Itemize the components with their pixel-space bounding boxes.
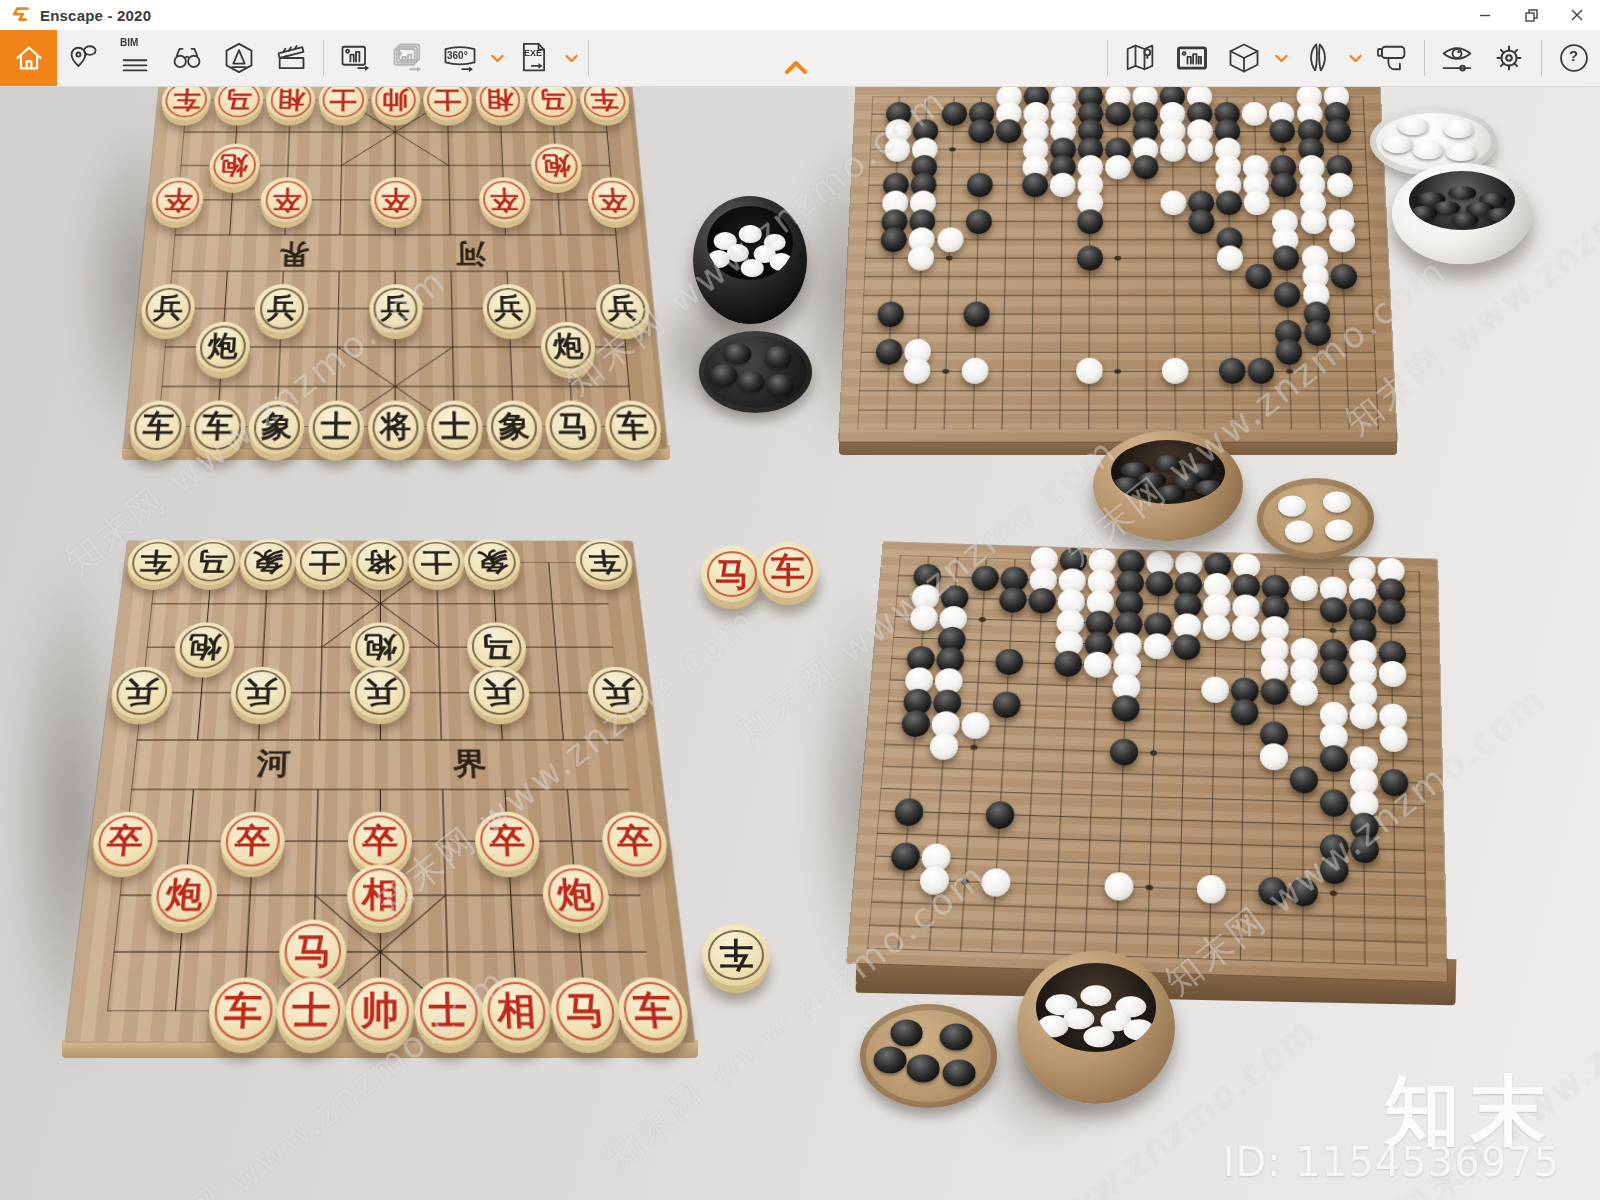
black-stone bbox=[1258, 877, 1287, 906]
piece-character: 相 bbox=[277, 88, 305, 111]
piece-character: 马 bbox=[294, 933, 333, 970]
xiangqi-board-top: 界 河 车马相士帅士相马车炮炮卒卒卒卒卒兵兵兵兵兵炮炮车车象士将士象马车 bbox=[124, 87, 667, 448]
black-stone bbox=[1320, 856, 1349, 885]
piece-character: 车 bbox=[201, 412, 234, 442]
white-stone bbox=[1083, 1026, 1114, 1047]
white-stone bbox=[1325, 519, 1353, 540]
toolbar-separator bbox=[1424, 40, 1425, 76]
white-stone bbox=[1379, 725, 1407, 752]
white-stone bbox=[739, 225, 762, 243]
wooden-bowl-bottom bbox=[1017, 951, 1175, 1104]
white-stone bbox=[1076, 358, 1103, 384]
white-stone bbox=[1446, 144, 1476, 162]
xiangqi-piece-士: 士 bbox=[408, 539, 466, 585]
piece-character: 兵 bbox=[243, 678, 278, 707]
framed-view-icon bbox=[1174, 40, 1210, 76]
piece-character: 车 bbox=[616, 412, 650, 442]
xiangqi-piece-炮: 炮 bbox=[350, 622, 409, 672]
white-stone bbox=[1290, 679, 1318, 706]
vr-headset-icon bbox=[1374, 40, 1410, 76]
white-stone bbox=[1161, 191, 1187, 216]
white-stone bbox=[1398, 117, 1428, 135]
black-stone bbox=[1270, 120, 1296, 144]
toolbar-separator bbox=[1541, 40, 1542, 76]
black-stone bbox=[710, 365, 737, 386]
white-stone bbox=[1124, 1019, 1155, 1040]
panorama-360-export-button[interactable]: 360° bbox=[434, 30, 486, 86]
black-stone bbox=[1133, 155, 1159, 179]
black-stone bbox=[1320, 597, 1347, 623]
white-stone bbox=[1291, 575, 1318, 601]
wooden-lid-right bbox=[1257, 478, 1374, 559]
black-stone bbox=[1378, 599, 1406, 625]
piece-character: 卒 bbox=[105, 824, 145, 857]
xiangqi-board-surface: 界 河 bbox=[124, 87, 667, 448]
xiangqi-piece-帅: 帅 bbox=[345, 977, 415, 1046]
exe-file-icon bbox=[516, 40, 552, 76]
white-stone bbox=[708, 250, 731, 268]
gear-icon bbox=[1490, 39, 1528, 77]
piece-character: 士 bbox=[292, 992, 332, 1030]
black-stone bbox=[942, 1059, 975, 1086]
piece-character: 士 bbox=[420, 549, 452, 575]
black-stone bbox=[1448, 186, 1476, 200]
black-stone bbox=[1274, 283, 1301, 308]
toolbar-separator bbox=[588, 40, 589, 76]
minimize-button[interactable] bbox=[1462, 0, 1508, 30]
piece-character: 兵 bbox=[363, 678, 397, 707]
piece-character: 帅 bbox=[382, 88, 410, 111]
white-stone bbox=[1260, 743, 1288, 771]
black-stone bbox=[1248, 358, 1275, 384]
piece-character: 马 bbox=[564, 992, 606, 1030]
black-stone bbox=[1324, 120, 1350, 144]
piece-character: 兵 bbox=[381, 295, 411, 323]
piece-character: 士 bbox=[434, 88, 462, 111]
piece-character: 兵 bbox=[482, 678, 517, 707]
go-board-bottom bbox=[847, 542, 1447, 981]
river-text: 河 bbox=[256, 744, 292, 785]
piece-character: 炮 bbox=[363, 633, 396, 661]
river-text: 界 bbox=[452, 744, 488, 785]
black-stone bbox=[1350, 834, 1379, 863]
xiangqi-piece-将: 将 bbox=[351, 539, 408, 585]
white-stone bbox=[1378, 661, 1406, 688]
river-text: 界 bbox=[278, 235, 309, 272]
wings-icon bbox=[1300, 40, 1336, 76]
piece-character: 炮 bbox=[556, 877, 596, 912]
black-stone bbox=[724, 343, 751, 364]
piece-character: 炮 bbox=[165, 877, 205, 912]
enscape-logo-icon bbox=[10, 4, 32, 26]
piece-character: 卒 bbox=[162, 187, 193, 212]
piece-character: 炮 bbox=[207, 333, 239, 361]
piece-character: 车 bbox=[172, 88, 201, 111]
piece-character: 车 bbox=[138, 549, 172, 575]
window-title: Enscape - 2020 bbox=[40, 7, 151, 24]
off-board-piece: 车 bbox=[757, 542, 819, 598]
white-stone bbox=[1105, 155, 1131, 179]
black-stone bbox=[1320, 745, 1348, 773]
black-bowl bbox=[693, 196, 807, 324]
bim-lines-icon bbox=[118, 41, 152, 75]
black-stone bbox=[767, 374, 794, 395]
projection-dropdown[interactable] bbox=[1270, 30, 1292, 86]
black-stone bbox=[1276, 339, 1303, 365]
xiangqi-piece-兵: 兵 bbox=[369, 284, 423, 333]
safe-frame-view-button[interactable] bbox=[213, 30, 265, 86]
render-viewport[interactable]: 界 河 车马相士帅士相马车炮炮卒卒卒卒卒兵兵兵兵兵炮炮车车象士将士象马车 河 界… bbox=[0, 87, 1600, 1200]
black-stone bbox=[1156, 485, 1186, 500]
black-stone bbox=[1216, 191, 1242, 216]
exe-export-dropdown[interactable] bbox=[560, 30, 582, 86]
panorama-360-icon bbox=[441, 39, 479, 77]
piece-character: 相 bbox=[497, 992, 538, 1030]
black-stone bbox=[1320, 789, 1348, 817]
black-stone bbox=[1320, 659, 1348, 686]
white-stone bbox=[1162, 358, 1189, 384]
piece-character: 帅 bbox=[361, 992, 400, 1030]
black-stone bbox=[1273, 246, 1300, 271]
white-stone bbox=[1300, 209, 1327, 234]
piece-character: 卒 bbox=[362, 824, 398, 857]
piece-character: 象 bbox=[498, 412, 530, 442]
white-stone bbox=[1413, 141, 1443, 159]
location-pin-button[interactable] bbox=[57, 30, 109, 86]
piece-character: 将 bbox=[364, 549, 396, 575]
piece-character: 卒 bbox=[272, 187, 302, 212]
panorama-export-dropdown[interactable] bbox=[486, 30, 508, 86]
toolbar-separator bbox=[323, 40, 324, 76]
piece-character: 卒 bbox=[615, 824, 655, 857]
piece-character: 象 bbox=[261, 412, 293, 442]
piece-character: 象 bbox=[476, 549, 509, 575]
black-stone bbox=[1330, 264, 1357, 289]
piece-character: 士 bbox=[308, 549, 340, 575]
piece-character: 炮 bbox=[220, 153, 250, 178]
cube-icon bbox=[1226, 40, 1262, 76]
piece-character: 马 bbox=[538, 88, 567, 111]
xiangqi-piece-将: 将 bbox=[367, 401, 423, 455]
video-editor-button[interactable] bbox=[265, 30, 317, 86]
white-bowl bbox=[1392, 163, 1532, 264]
black-stone bbox=[1189, 209, 1215, 234]
black-stone bbox=[1289, 766, 1317, 794]
xiangqi-piece-卒: 卒 bbox=[348, 811, 413, 871]
white-stone bbox=[1037, 1016, 1068, 1037]
piece-character: 车 bbox=[771, 553, 805, 587]
piece-character: 兵 bbox=[494, 295, 525, 323]
view-frame-button[interactable] bbox=[1166, 30, 1218, 86]
black-stone bbox=[939, 1024, 972, 1051]
piece-character: 象 bbox=[251, 549, 284, 575]
piece-character: 马 bbox=[195, 549, 229, 575]
white-stone bbox=[1326, 173, 1353, 197]
piece-character: 车 bbox=[632, 992, 675, 1030]
piece-character: 马 bbox=[224, 88, 253, 111]
black-stone bbox=[765, 347, 792, 368]
black-stone bbox=[1194, 480, 1224, 495]
white-stone bbox=[1160, 137, 1186, 161]
close-button[interactable] bbox=[1554, 0, 1600, 30]
eye-settings-icon bbox=[1438, 39, 1476, 77]
piece-character: 马 bbox=[557, 412, 590, 442]
black-stone bbox=[1410, 206, 1438, 220]
black-stone bbox=[1105, 102, 1130, 126]
window-controls bbox=[1462, 0, 1600, 30]
batch-export-button[interactable] bbox=[382, 30, 434, 86]
piece-character: 兵 bbox=[152, 295, 184, 323]
export-image-icon bbox=[338, 40, 374, 76]
black-stone bbox=[1246, 264, 1273, 289]
piece-character: 士 bbox=[439, 412, 471, 442]
white-stone bbox=[1232, 615, 1260, 641]
black-stone bbox=[1304, 320, 1331, 346]
white-stone bbox=[741, 259, 764, 277]
piece-character: 兵 bbox=[600, 678, 637, 707]
piece-character: 车 bbox=[223, 992, 264, 1030]
white-stone bbox=[1383, 135, 1413, 153]
piece-character: 兵 bbox=[266, 295, 297, 323]
piece-character: 炮 bbox=[552, 333, 584, 361]
white-stone bbox=[1278, 495, 1306, 516]
black-stone bbox=[874, 1047, 907, 1074]
white-stone bbox=[1080, 985, 1111, 1006]
exe-standalone-export-button[interactable]: EXE bbox=[508, 30, 560, 86]
help-button[interactable]: ? bbox=[1548, 30, 1600, 86]
home-button[interactable] bbox=[0, 30, 57, 86]
piece-character: 兵 bbox=[123, 678, 160, 707]
piece-character: 士 bbox=[320, 412, 352, 442]
vr-headset-button[interactable] bbox=[1366, 30, 1418, 86]
black-stone bbox=[737, 371, 764, 392]
black-stone bbox=[1486, 208, 1514, 222]
toolbar-separator bbox=[1107, 40, 1108, 76]
brand-id-watermark: ID: 1154536975 bbox=[1223, 1139, 1560, 1185]
xiangqi-piece-士: 士 bbox=[427, 401, 484, 455]
map-icon bbox=[1122, 40, 1158, 76]
piece-character: 炮 bbox=[187, 633, 222, 661]
white-stone bbox=[1285, 521, 1313, 542]
title-bar: Enscape - 2020 bbox=[0, 0, 1600, 30]
orthographic-cube-button[interactable] bbox=[1218, 30, 1270, 86]
piece-character: 马 bbox=[715, 557, 749, 591]
black-stone bbox=[1451, 213, 1479, 227]
black-stone bbox=[1112, 477, 1142, 492]
general-settings-button[interactable] bbox=[1483, 30, 1535, 86]
xiangqi-board-bottom: 河 界 车马象士将士象车炮炮马兵兵兵兵兵卒卒卒卒卒炮相炮马车士帅士相马车 bbox=[66, 541, 695, 1041]
piece-character: 士 bbox=[329, 88, 357, 111]
wooden-bowl-top bbox=[1093, 431, 1243, 541]
off-board-piece: 马 bbox=[701, 546, 763, 602]
batch-export-icon bbox=[390, 40, 426, 76]
home-icon bbox=[14, 43, 44, 73]
white-stone bbox=[770, 253, 793, 271]
piece-character: 车 bbox=[141, 412, 175, 442]
location-pin-icon bbox=[67, 42, 99, 74]
view-cone-icon bbox=[222, 41, 256, 75]
restore-button[interactable] bbox=[1508, 0, 1554, 30]
piece-character: 将 bbox=[380, 412, 411, 442]
river-text: 河 bbox=[456, 235, 487, 272]
white-stone bbox=[1349, 703, 1377, 730]
black-stone bbox=[1077, 246, 1103, 271]
fly-mode-dropdown[interactable] bbox=[1344, 30, 1366, 86]
binoculars-icon bbox=[170, 41, 204, 75]
black-stone bbox=[1380, 769, 1408, 797]
white-stone bbox=[1188, 137, 1214, 161]
piece-character: 车 bbox=[587, 549, 621, 575]
xiangqi-piece-兵: 兵 bbox=[350, 666, 411, 718]
black-stone bbox=[1260, 678, 1288, 705]
mini-map-button[interactable] bbox=[1114, 30, 1166, 86]
black-stone bbox=[1230, 699, 1258, 726]
black-lid bbox=[699, 331, 812, 413]
binoculars-button[interactable] bbox=[161, 30, 213, 86]
bim-information-button[interactable]: BIM bbox=[109, 30, 161, 86]
bowl-opening bbox=[707, 206, 794, 280]
fly-mode-button[interactable] bbox=[1292, 30, 1344, 86]
collapse-toolbar-chevron[interactable] bbox=[781, 58, 811, 80]
white-stone bbox=[1244, 191, 1270, 216]
piece-character: 相 bbox=[486, 88, 514, 111]
xiangqi-piece-相: 相 bbox=[347, 864, 413, 926]
piece-character: 车 bbox=[719, 938, 753, 972]
white-stone bbox=[1323, 492, 1351, 513]
export-image-button[interactable] bbox=[330, 30, 382, 86]
piece-character: 卒 bbox=[598, 187, 629, 212]
piece-character: 兵 bbox=[607, 295, 639, 323]
bowl-opening bbox=[1036, 963, 1156, 1052]
white-stone bbox=[1050, 173, 1076, 197]
go-board-bottom-wrap bbox=[859, 524, 1449, 982]
go-board-top bbox=[839, 87, 1397, 442]
xiangqi-piece-卒: 卒 bbox=[370, 177, 421, 222]
white-stone bbox=[1328, 227, 1355, 252]
bowl-opening bbox=[1409, 171, 1515, 230]
piece-character: 士 bbox=[429, 992, 469, 1030]
wooden-lid-bottom bbox=[860, 1004, 997, 1108]
help-circle-icon bbox=[1556, 40, 1592, 76]
black-stone bbox=[890, 1020, 923, 1047]
black-stone bbox=[907, 1055, 940, 1082]
piece-character: 炮 bbox=[542, 153, 572, 178]
white-stone bbox=[1242, 102, 1268, 126]
xiangqi-board-surface: 河 界 bbox=[66, 541, 695, 1041]
piece-character: 车 bbox=[590, 88, 619, 111]
visual-settings-button[interactable] bbox=[1431, 30, 1483, 86]
black-stone bbox=[1153, 456, 1183, 471]
bowl-opening bbox=[1111, 440, 1225, 504]
black-stone bbox=[1077, 209, 1103, 234]
black-stone bbox=[1271, 173, 1297, 197]
white-stone bbox=[1444, 120, 1474, 138]
piece-character: 相 bbox=[361, 877, 398, 912]
piece-character: 卒 bbox=[489, 824, 527, 857]
black-stone bbox=[1289, 878, 1318, 907]
piece-character: 马 bbox=[480, 633, 514, 661]
clapperboard-icon bbox=[274, 41, 308, 75]
piece-character: 卒 bbox=[490, 187, 520, 212]
piece-character: 卒 bbox=[234, 824, 272, 857]
black-stone bbox=[1219, 358, 1246, 384]
white-stone bbox=[1217, 246, 1244, 271]
piece-character: 卒 bbox=[381, 187, 410, 212]
off-board-piece: 车 bbox=[702, 924, 770, 986]
